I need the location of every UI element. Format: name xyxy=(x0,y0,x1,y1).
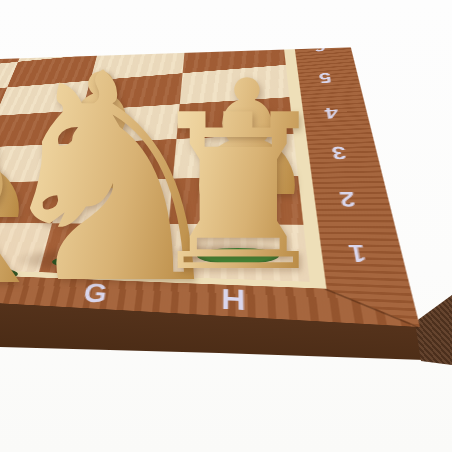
rank-label-8: 8 xyxy=(283,0,340,10)
piece-white-rook-h1[interactable]: ♜ xyxy=(131,86,346,301)
rank-label-7: 7 xyxy=(286,4,347,36)
chessboard-photo-scene: ABCDEFGH12345678 ♝♞♜♟♟♟ xyxy=(0,0,452,452)
